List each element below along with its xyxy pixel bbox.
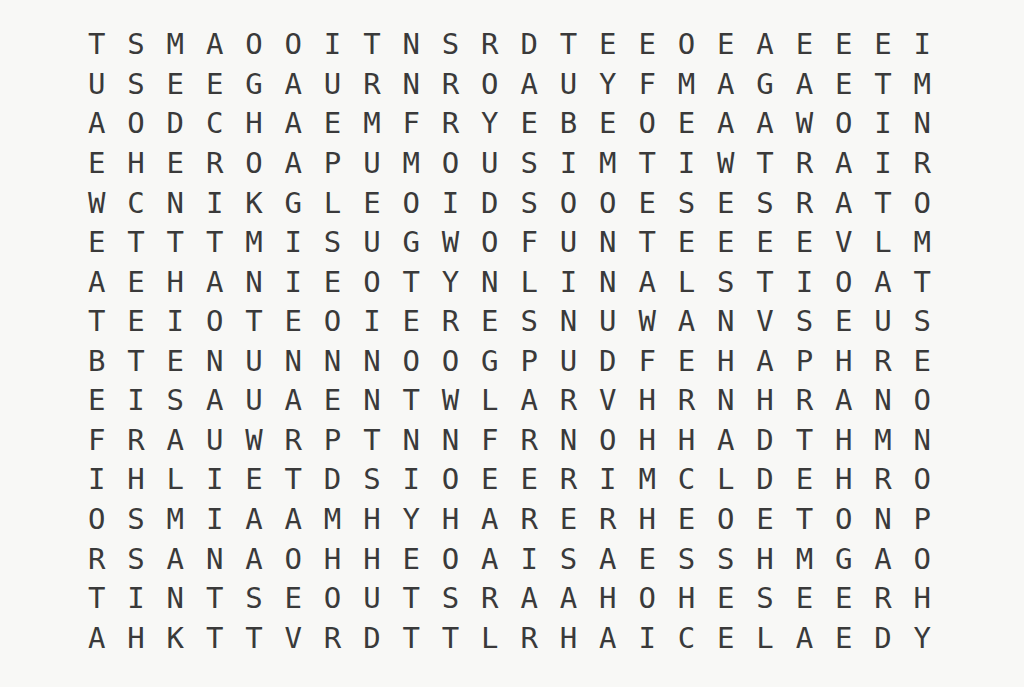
grid-cell[interactable]: D bbox=[352, 618, 391, 658]
grid-cell[interactable]: P bbox=[313, 144, 352, 184]
grid-cell[interactable]: E bbox=[156, 65, 195, 105]
grid-cell[interactable]: H bbox=[745, 539, 784, 579]
grid-cell[interactable]: P bbox=[509, 342, 548, 382]
grid-cell[interactable]: A bbox=[549, 579, 588, 619]
grid-cell[interactable]: S bbox=[156, 381, 195, 421]
grid-cell[interactable]: H bbox=[352, 539, 391, 579]
grid-cell[interactable]: U bbox=[549, 223, 588, 263]
grid-cell[interactable]: M bbox=[156, 500, 195, 540]
grid-cell[interactable]: A bbox=[785, 65, 824, 105]
grid-cell[interactable]: A bbox=[274, 381, 313, 421]
grid-cell[interactable]: L bbox=[470, 618, 509, 658]
grid-cell[interactable]: F bbox=[509, 223, 548, 263]
grid-cell[interactable]: O bbox=[431, 144, 470, 184]
grid-cell[interactable]: I bbox=[588, 460, 627, 500]
grid-cell[interactable]: E bbox=[470, 460, 509, 500]
grid-cell[interactable]: A bbox=[785, 618, 824, 658]
grid-cell[interactable]: N bbox=[274, 342, 313, 382]
grid-cell[interactable]: A bbox=[156, 421, 195, 461]
grid-cell[interactable]: T bbox=[156, 223, 195, 263]
grid-cell[interactable]: Y bbox=[903, 618, 942, 658]
grid-cell[interactable]: R bbox=[470, 25, 509, 65]
grid-cell[interactable]: M bbox=[234, 223, 273, 263]
grid-cell[interactable]: F bbox=[627, 342, 666, 382]
grid-cell[interactable]: E bbox=[706, 223, 745, 263]
grid-cell[interactable]: R bbox=[431, 302, 470, 342]
grid-cell[interactable]: D bbox=[745, 460, 784, 500]
grid-cell[interactable]: O bbox=[903, 381, 942, 421]
grid-cell[interactable]: S bbox=[352, 460, 391, 500]
grid-cell[interactable]: S bbox=[745, 183, 784, 223]
grid-cell[interactable]: M bbox=[903, 223, 942, 263]
grid-cell[interactable]: I bbox=[863, 144, 902, 184]
grid-cell[interactable]: E bbox=[824, 618, 863, 658]
grid-cell[interactable]: E bbox=[667, 104, 706, 144]
grid-cell[interactable]: M bbox=[352, 104, 391, 144]
grid-cell[interactable]: E bbox=[77, 381, 116, 421]
grid-cell[interactable]: N bbox=[588, 223, 627, 263]
grid-cell[interactable]: H bbox=[588, 579, 627, 619]
grid-cell[interactable]: Y bbox=[470, 104, 509, 144]
grid-cell[interactable]: E bbox=[903, 342, 942, 382]
grid-cell[interactable]: C bbox=[116, 183, 155, 223]
grid-cell[interactable]: E bbox=[588, 104, 627, 144]
grid-cell[interactable]: V bbox=[588, 381, 627, 421]
grid-cell[interactable]: N bbox=[392, 25, 431, 65]
grid-cell[interactable]: E bbox=[745, 223, 784, 263]
grid-cell[interactable]: E bbox=[234, 460, 273, 500]
grid-cell[interactable]: R bbox=[667, 381, 706, 421]
grid-cell[interactable]: I bbox=[195, 500, 234, 540]
grid-cell[interactable]: A bbox=[667, 302, 706, 342]
grid-cell[interactable]: M bbox=[863, 421, 902, 461]
grid-cell[interactable]: V bbox=[274, 618, 313, 658]
grid-cell[interactable]: A bbox=[863, 539, 902, 579]
grid-cell[interactable]: N bbox=[706, 381, 745, 421]
grid-cell[interactable]: H bbox=[431, 500, 470, 540]
grid-cell[interactable]: O bbox=[903, 460, 942, 500]
grid-cell[interactable]: E bbox=[274, 579, 313, 619]
grid-cell[interactable]: N bbox=[156, 183, 195, 223]
grid-cell[interactable]: S bbox=[509, 302, 548, 342]
grid-cell[interactable]: O bbox=[431, 539, 470, 579]
grid-cell[interactable]: U bbox=[549, 65, 588, 105]
grid-cell[interactable]: E bbox=[824, 25, 863, 65]
grid-cell[interactable]: M bbox=[392, 144, 431, 184]
grid-cell[interactable]: S bbox=[745, 579, 784, 619]
grid-cell[interactable]: D bbox=[470, 183, 509, 223]
grid-cell[interactable]: H bbox=[549, 618, 588, 658]
grid-cell[interactable]: N bbox=[549, 302, 588, 342]
grid-cell[interactable]: F bbox=[470, 421, 509, 461]
grid-cell[interactable]: O bbox=[313, 302, 352, 342]
grid-cell[interactable]: O bbox=[234, 144, 273, 184]
grid-cell[interactable]: R bbox=[785, 144, 824, 184]
grid-cell[interactable]: E bbox=[588, 25, 627, 65]
grid-cell[interactable]: E bbox=[509, 104, 548, 144]
grid-cell[interactable]: W bbox=[706, 144, 745, 184]
grid-cell[interactable]: L bbox=[470, 381, 509, 421]
grid-cell[interactable]: A bbox=[234, 500, 273, 540]
grid-cell[interactable]: N bbox=[392, 65, 431, 105]
grid-cell[interactable]: O bbox=[116, 104, 155, 144]
grid-cell[interactable]: E bbox=[156, 144, 195, 184]
grid-cell[interactable]: E bbox=[156, 342, 195, 382]
grid-cell[interactable]: E bbox=[785, 223, 824, 263]
grid-cell[interactable]: H bbox=[745, 381, 784, 421]
grid-cell[interactable]: L bbox=[509, 262, 548, 302]
grid-cell[interactable]: W bbox=[431, 381, 470, 421]
grid-cell[interactable]: S bbox=[509, 144, 548, 184]
grid-cell[interactable]: E bbox=[706, 25, 745, 65]
grid-cell[interactable]: G bbox=[745, 65, 784, 105]
grid-cell[interactable]: O bbox=[195, 302, 234, 342]
grid-cell[interactable]: A bbox=[274, 65, 313, 105]
grid-cell[interactable]: O bbox=[903, 183, 942, 223]
grid-cell[interactable]: R bbox=[313, 618, 352, 658]
grid-cell[interactable]: I bbox=[274, 223, 313, 263]
grid-cell[interactable]: T bbox=[863, 183, 902, 223]
grid-cell[interactable]: D bbox=[863, 618, 902, 658]
grid-cell[interactable]: E bbox=[824, 579, 863, 619]
grid-cell[interactable]: U bbox=[549, 342, 588, 382]
grid-cell[interactable]: T bbox=[392, 579, 431, 619]
grid-cell[interactable]: A bbox=[824, 183, 863, 223]
grid-cell[interactable]: E bbox=[824, 65, 863, 105]
grid-cell[interactable]: W bbox=[234, 421, 273, 461]
grid-cell[interactable]: G bbox=[824, 539, 863, 579]
grid-cell[interactable]: S bbox=[431, 25, 470, 65]
grid-cell[interactable]: H bbox=[116, 618, 155, 658]
grid-cell[interactable]: M bbox=[627, 460, 666, 500]
grid-cell[interactable]: E bbox=[313, 262, 352, 302]
grid-cell[interactable]: U bbox=[313, 65, 352, 105]
grid-cell[interactable]: A bbox=[745, 104, 784, 144]
grid-cell[interactable]: I bbox=[627, 618, 666, 658]
grid-cell[interactable]: I bbox=[352, 302, 391, 342]
grid-cell[interactable]: C bbox=[195, 104, 234, 144]
grid-cell[interactable]: T bbox=[392, 381, 431, 421]
grid-cell[interactable]: O bbox=[392, 342, 431, 382]
grid-cell[interactable]: U bbox=[863, 302, 902, 342]
grid-cell[interactable]: L bbox=[706, 460, 745, 500]
grid-cell[interactable]: N bbox=[313, 342, 352, 382]
grid-cell[interactable]: H bbox=[824, 421, 863, 461]
grid-cell[interactable]: H bbox=[706, 342, 745, 382]
grid-cell[interactable]: T bbox=[274, 460, 313, 500]
grid-cell[interactable]: A bbox=[195, 262, 234, 302]
grid-cell[interactable]: O bbox=[470, 223, 509, 263]
grid-cell[interactable]: R bbox=[77, 539, 116, 579]
grid-cell[interactable]: N bbox=[863, 381, 902, 421]
grid-cell[interactable]: D bbox=[588, 342, 627, 382]
grid-cell[interactable]: I bbox=[549, 144, 588, 184]
grid-cell[interactable]: B bbox=[549, 104, 588, 144]
grid-cell[interactable]: T bbox=[77, 25, 116, 65]
grid-cell[interactable]: T bbox=[77, 302, 116, 342]
grid-cell[interactable]: E bbox=[392, 302, 431, 342]
grid-cell[interactable]: E bbox=[470, 302, 509, 342]
grid-cell[interactable]: E bbox=[745, 500, 784, 540]
grid-cell[interactable]: T bbox=[392, 618, 431, 658]
grid-cell[interactable]: C bbox=[667, 618, 706, 658]
grid-cell[interactable]: W bbox=[77, 183, 116, 223]
grid-cell[interactable]: E bbox=[785, 579, 824, 619]
grid-cell[interactable]: R bbox=[863, 342, 902, 382]
grid-cell[interactable]: O bbox=[470, 65, 509, 105]
grid-cell[interactable]: M bbox=[785, 539, 824, 579]
grid-cell[interactable]: T bbox=[234, 618, 273, 658]
grid-cell[interactable]: A bbox=[156, 539, 195, 579]
grid-cell[interactable]: Y bbox=[392, 500, 431, 540]
grid-cell[interactable]: N bbox=[470, 262, 509, 302]
grid-cell[interactable]: T bbox=[627, 223, 666, 263]
grid-cell[interactable]: A bbox=[274, 500, 313, 540]
grid-cell[interactable]: U bbox=[352, 144, 391, 184]
grid-cell[interactable]: H bbox=[627, 381, 666, 421]
grid-cell[interactable]: N bbox=[352, 342, 391, 382]
grid-cell[interactable]: A bbox=[863, 262, 902, 302]
grid-cell[interactable]: I bbox=[549, 262, 588, 302]
grid-cell[interactable]: H bbox=[234, 104, 273, 144]
grid-cell[interactable]: R bbox=[470, 579, 509, 619]
grid-cell[interactable]: G bbox=[234, 65, 273, 105]
grid-cell[interactable]: O bbox=[706, 500, 745, 540]
grid-cell[interactable]: M bbox=[156, 25, 195, 65]
grid-cell[interactable]: O bbox=[627, 579, 666, 619]
grid-cell[interactable]: S bbox=[116, 539, 155, 579]
grid-cell[interactable]: I bbox=[863, 104, 902, 144]
grid-cell[interactable]: I bbox=[313, 25, 352, 65]
grid-cell[interactable]: E bbox=[627, 25, 666, 65]
grid-cell[interactable]: E bbox=[77, 223, 116, 263]
grid-cell[interactable]: N bbox=[549, 421, 588, 461]
grid-cell[interactable]: N bbox=[195, 539, 234, 579]
grid-cell[interactable]: N bbox=[588, 262, 627, 302]
grid-cell[interactable]: R bbox=[195, 144, 234, 184]
grid-cell[interactable]: R bbox=[903, 144, 942, 184]
grid-cell[interactable]: U bbox=[352, 579, 391, 619]
grid-cell[interactable]: M bbox=[313, 500, 352, 540]
grid-cell[interactable]: S bbox=[116, 500, 155, 540]
grid-cell[interactable]: S bbox=[116, 25, 155, 65]
grid-cell[interactable]: T bbox=[549, 25, 588, 65]
grid-cell[interactable]: P bbox=[903, 500, 942, 540]
grid-cell[interactable]: A bbox=[706, 104, 745, 144]
grid-cell[interactable]: O bbox=[352, 262, 391, 302]
grid-cell[interactable]: E bbox=[785, 25, 824, 65]
grid-cell[interactable]: F bbox=[77, 421, 116, 461]
grid-cell[interactable]: A bbox=[77, 104, 116, 144]
grid-cell[interactable]: N bbox=[234, 262, 273, 302]
grid-cell[interactable]: O bbox=[824, 262, 863, 302]
grid-cell[interactable]: O bbox=[627, 104, 666, 144]
grid-cell[interactable]: D bbox=[156, 104, 195, 144]
grid-cell[interactable]: T bbox=[195, 223, 234, 263]
grid-cell[interactable]: A bbox=[509, 65, 548, 105]
grid-cell[interactable]: S bbox=[667, 183, 706, 223]
grid-cell[interactable]: I bbox=[431, 183, 470, 223]
grid-cell[interactable]: H bbox=[903, 579, 942, 619]
grid-cell[interactable]: E bbox=[116, 302, 155, 342]
grid-cell[interactable]: R bbox=[863, 579, 902, 619]
grid-cell[interactable]: A bbox=[588, 618, 627, 658]
grid-cell[interactable]: A bbox=[470, 500, 509, 540]
grid-cell[interactable]: A bbox=[824, 381, 863, 421]
grid-cell[interactable]: I bbox=[509, 539, 548, 579]
grid-cell[interactable]: O bbox=[431, 460, 470, 500]
grid-cell[interactable]: I bbox=[77, 460, 116, 500]
grid-cell[interactable]: E bbox=[706, 618, 745, 658]
grid-cell[interactable]: O bbox=[824, 104, 863, 144]
grid-cell[interactable]: E bbox=[352, 183, 391, 223]
grid-cell[interactable]: O bbox=[392, 183, 431, 223]
grid-cell[interactable]: H bbox=[627, 421, 666, 461]
grid-cell[interactable]: U bbox=[470, 144, 509, 184]
grid-cell[interactable]: U bbox=[234, 342, 273, 382]
grid-cell[interactable]: E bbox=[116, 262, 155, 302]
grid-cell[interactable]: L bbox=[667, 262, 706, 302]
grid-cell[interactable]: T bbox=[352, 421, 391, 461]
grid-cell[interactable]: S bbox=[313, 223, 352, 263]
grid-cell[interactable]: U bbox=[352, 223, 391, 263]
grid-cell[interactable]: H bbox=[824, 460, 863, 500]
grid-cell[interactable]: I bbox=[667, 144, 706, 184]
grid-cell[interactable]: S bbox=[903, 302, 942, 342]
grid-cell[interactable]: T bbox=[77, 579, 116, 619]
grid-cell[interactable]: N bbox=[903, 421, 942, 461]
grid-cell[interactable]: A bbox=[588, 539, 627, 579]
grid-cell[interactable]: I bbox=[116, 579, 155, 619]
grid-cell[interactable]: N bbox=[431, 421, 470, 461]
grid-cell[interactable]: I bbox=[903, 25, 942, 65]
grid-cell[interactable]: S bbox=[706, 262, 745, 302]
grid-cell[interactable]: W bbox=[431, 223, 470, 263]
grid-cell[interactable]: E bbox=[77, 144, 116, 184]
grid-cell[interactable]: A bbox=[470, 539, 509, 579]
grid-cell[interactable]: T bbox=[431, 618, 470, 658]
grid-cell[interactable]: M bbox=[903, 65, 942, 105]
grid-cell[interactable]: S bbox=[509, 183, 548, 223]
grid-cell[interactable]: G bbox=[470, 342, 509, 382]
grid-cell[interactable]: T bbox=[195, 579, 234, 619]
grid-cell[interactable]: R bbox=[785, 381, 824, 421]
grid-cell[interactable]: H bbox=[667, 579, 706, 619]
grid-cell[interactable]: D bbox=[313, 460, 352, 500]
grid-cell[interactable]: H bbox=[667, 421, 706, 461]
grid-cell[interactable]: A bbox=[77, 262, 116, 302]
grid-cell[interactable]: D bbox=[745, 421, 784, 461]
grid-cell[interactable]: A bbox=[274, 144, 313, 184]
grid-cell[interactable]: R bbox=[509, 618, 548, 658]
grid-cell[interactable]: E bbox=[706, 183, 745, 223]
grid-cell[interactable]: S bbox=[667, 539, 706, 579]
grid-cell[interactable]: O bbox=[588, 421, 627, 461]
grid-cell[interactable]: R bbox=[588, 500, 627, 540]
grid-cell[interactable]: O bbox=[431, 342, 470, 382]
grid-cell[interactable]: O bbox=[234, 25, 273, 65]
grid-cell[interactable]: R bbox=[116, 421, 155, 461]
grid-cell[interactable]: N bbox=[195, 342, 234, 382]
grid-cell[interactable]: I bbox=[195, 183, 234, 223]
grid-cell[interactable]: H bbox=[156, 262, 195, 302]
grid-cell[interactable]: A bbox=[77, 618, 116, 658]
grid-cell[interactable]: R bbox=[509, 500, 548, 540]
grid-cell[interactable]: S bbox=[785, 302, 824, 342]
grid-cell[interactable]: A bbox=[745, 25, 784, 65]
grid-cell[interactable]: H bbox=[352, 500, 391, 540]
grid-cell[interactable]: T bbox=[352, 25, 391, 65]
grid-cell[interactable]: F bbox=[627, 65, 666, 105]
grid-cell[interactable]: I bbox=[785, 262, 824, 302]
grid-cell[interactable]: H bbox=[116, 144, 155, 184]
grid-cell[interactable]: S bbox=[706, 539, 745, 579]
grid-cell[interactable]: E bbox=[313, 104, 352, 144]
grid-cell[interactable]: O bbox=[903, 539, 942, 579]
grid-cell[interactable]: R bbox=[863, 460, 902, 500]
grid-cell[interactable]: A bbox=[824, 144, 863, 184]
grid-cell[interactable]: E bbox=[392, 539, 431, 579]
grid-cell[interactable]: O bbox=[313, 579, 352, 619]
grid-cell[interactable]: A bbox=[706, 421, 745, 461]
grid-cell[interactable]: R bbox=[549, 460, 588, 500]
grid-cell[interactable]: R bbox=[785, 183, 824, 223]
grid-cell[interactable]: I bbox=[156, 302, 195, 342]
grid-cell[interactable]: B bbox=[77, 342, 116, 382]
grid-cell[interactable]: N bbox=[706, 302, 745, 342]
grid-cell[interactable]: R bbox=[274, 421, 313, 461]
grid-cell[interactable]: H bbox=[313, 539, 352, 579]
grid-cell[interactable]: K bbox=[234, 183, 273, 223]
grid-cell[interactable]: I bbox=[195, 460, 234, 500]
grid-cell[interactable]: O bbox=[549, 183, 588, 223]
grid-cell[interactable]: E bbox=[824, 302, 863, 342]
grid-cell[interactable]: O bbox=[588, 183, 627, 223]
grid-cell[interactable]: A bbox=[195, 381, 234, 421]
grid-cell[interactable]: A bbox=[234, 539, 273, 579]
grid-cell[interactable]: T bbox=[234, 302, 273, 342]
grid-cell[interactable]: Y bbox=[588, 65, 627, 105]
grid-cell[interactable]: E bbox=[274, 302, 313, 342]
grid-cell[interactable]: E bbox=[627, 539, 666, 579]
grid-cell[interactable]: I bbox=[392, 460, 431, 500]
grid-cell[interactable]: T bbox=[745, 262, 784, 302]
grid-cell[interactable]: A bbox=[195, 25, 234, 65]
grid-cell[interactable]: R bbox=[509, 421, 548, 461]
grid-cell[interactable]: E bbox=[667, 500, 706, 540]
grid-cell[interactable]: E bbox=[785, 460, 824, 500]
grid-cell[interactable]: S bbox=[431, 579, 470, 619]
grid-cell[interactable]: M bbox=[667, 65, 706, 105]
grid-cell[interactable]: Y bbox=[431, 262, 470, 302]
grid-cell[interactable]: S bbox=[116, 65, 155, 105]
grid-cell[interactable]: W bbox=[785, 104, 824, 144]
grid-cell[interactable]: K bbox=[156, 618, 195, 658]
grid-cell[interactable]: R bbox=[431, 104, 470, 144]
grid-cell[interactable]: L bbox=[313, 183, 352, 223]
grid-cell[interactable]: T bbox=[116, 342, 155, 382]
grid-cell[interactable]: E bbox=[863, 25, 902, 65]
grid-cell[interactable]: U bbox=[195, 421, 234, 461]
grid-cell[interactable]: O bbox=[274, 539, 313, 579]
grid-cell[interactable]: R bbox=[431, 65, 470, 105]
grid-cell[interactable]: N bbox=[903, 104, 942, 144]
grid-cell[interactable]: H bbox=[824, 342, 863, 382]
grid-cell[interactable]: O bbox=[274, 25, 313, 65]
grid-cell[interactable]: E bbox=[509, 460, 548, 500]
grid-cell[interactable]: L bbox=[745, 618, 784, 658]
grid-cell[interactable]: E bbox=[667, 342, 706, 382]
